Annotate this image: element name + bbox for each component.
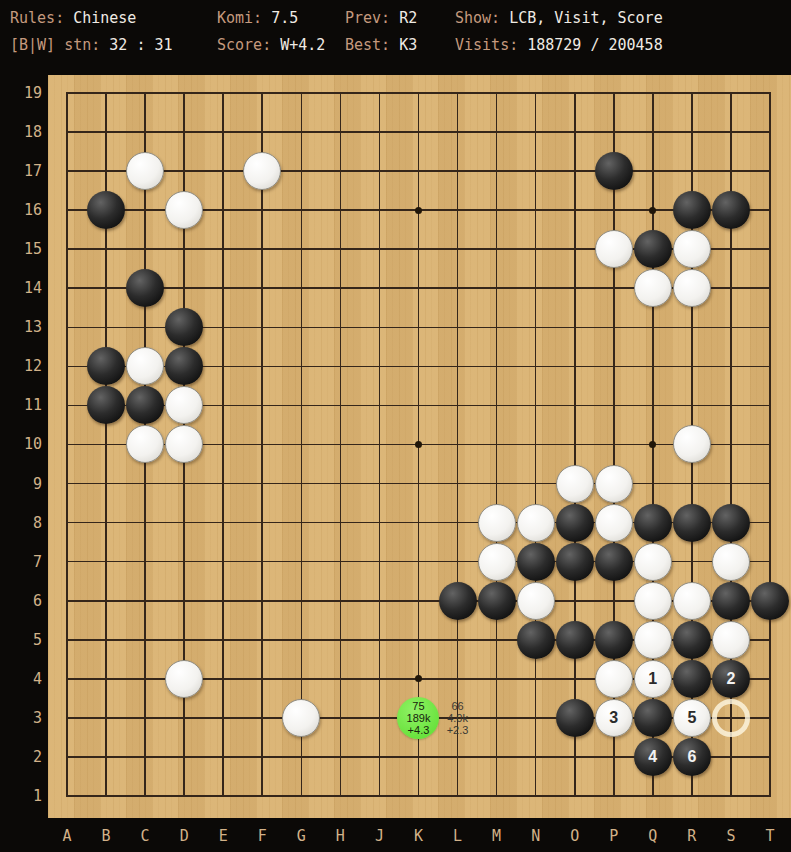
coord-label-col-O: O [564,826,586,846]
stone-white-D10 [165,425,203,463]
stone-black-S6 [712,582,750,620]
coord-label-col-R: R [681,826,703,846]
stone-white-Q6 [634,582,672,620]
coord-label-col-C: C [134,826,156,846]
stone-black-Q15 [634,230,672,268]
candidate-stats: 664.0k+2.3 [447,700,469,736]
coord-label-row-1: 1 [0,786,42,806]
coord-label-col-K: K [407,826,429,846]
stone-white-P15 [595,230,633,268]
stone-black-B12 [87,347,125,385]
coord-label-col-M: M [486,826,508,846]
candidate-move-L3[interactable]: 664.0k+2.3 [430,699,486,737]
coord-label-row-12: 12 [0,356,42,376]
move-number-label: 6 [687,748,696,766]
stone-black-D12 [165,347,203,385]
stone-black-O3 [556,699,594,737]
stone-black-O5 [556,621,594,659]
stone-black-S16 [712,191,750,229]
stone-black-Q8 [634,504,672,542]
stone-white-Q4: 1 [634,660,672,698]
stone-black-R16 [673,191,711,229]
stone-white-S7 [712,543,750,581]
stone-white-D11 [165,386,203,424]
stone-white-D4 [165,660,203,698]
stone-white-N6 [517,582,555,620]
coord-label-row-3: 3 [0,708,42,728]
move-number-label: 1 [648,670,657,688]
grid-vline [457,92,459,797]
coord-label-col-A: A [56,826,78,846]
move-number-label: 2 [726,670,735,688]
grid-hline [66,795,771,797]
coord-label-row-10: 10 [0,434,42,454]
stone-white-G3 [282,699,320,737]
star-point-Q10 [649,441,656,448]
coord-label-col-E: E [212,826,234,846]
coord-label-col-B: B [95,826,117,846]
stone-white-O9 [556,465,594,503]
stone-white-P9 [595,465,633,503]
star-point-Q16 [649,207,656,214]
coord-label-row-14: 14 [0,278,42,298]
grid-vline [535,92,537,797]
stone-black-B11 [87,386,125,424]
coord-label-row-2: 2 [0,747,42,767]
stone-black-N7 [517,543,555,581]
coord-label-row-15: 15 [0,239,42,259]
stone-white-P3: 3 [595,699,633,737]
coord-label-row-8: 8 [0,513,42,533]
coord-label-row-13: 13 [0,317,42,337]
stone-white-Q7 [634,543,672,581]
coord-label-row-18: 18 [0,122,42,142]
stone-white-M7 [478,543,516,581]
coord-label-row-16: 16 [0,200,42,220]
stone-white-R14 [673,269,711,307]
coord-label-col-D: D [173,826,195,846]
stone-white-S5 [712,621,750,659]
stone-white-N8 [517,504,555,542]
coord-label-col-H: H [329,826,351,846]
star-point-K4 [415,675,422,682]
stone-white-R6 [673,582,711,620]
stone-black-Q3 [634,699,672,737]
stone-white-R10 [673,425,711,463]
stone-black-C11 [126,386,164,424]
coord-label-col-T: T [759,826,781,846]
stone-black-R5 [673,621,711,659]
coord-label-col-L: L [447,826,469,846]
grid-vline [769,92,771,797]
stone-white-C10 [126,425,164,463]
stone-black-P5 [595,621,633,659]
stone-white-Q14 [634,269,672,307]
coord-label-col-N: N [525,826,547,846]
stone-black-T6 [751,582,789,620]
grid-vline [496,92,498,797]
coord-label-col-G: G [290,826,312,846]
grid-hline [66,483,771,485]
stone-black-O8 [556,504,594,542]
coord-label-col-J: J [368,826,390,846]
stone-black-C14 [126,269,164,307]
coord-label-row-17: 17 [0,161,42,181]
stone-white-Q5 [634,621,672,659]
coord-label-row-9: 9 [0,474,42,494]
coord-label-row-4: 4 [0,669,42,689]
stone-black-S8 [712,504,750,542]
stone-black-B16 [87,191,125,229]
move-number-label: 4 [648,748,657,766]
stone-black-N5 [517,621,555,659]
coord-label-col-S: S [720,826,742,846]
stone-black-D13 [165,308,203,346]
stone-black-R8 [673,504,711,542]
stone-black-M6 [478,582,516,620]
move-number-label: 5 [687,709,696,727]
board-overlay: 75189k+4.3664.0k+2.312354619181716151413… [0,0,791,852]
star-point-K10 [415,441,422,448]
coord-label-col-Q: Q [642,826,664,846]
coord-label-row-7: 7 [0,552,42,572]
stone-black-Q2: 4 [634,738,672,776]
grid-vline [574,92,576,797]
candidate-stats: 75189k+4.3 [407,700,431,736]
stone-white-C12 [126,347,164,385]
coord-label-row-11: 11 [0,395,42,415]
coord-label-col-P: P [603,826,625,846]
stone-black-R4 [673,660,711,698]
stone-white-P8 [595,504,633,542]
move-number-label: 3 [609,709,618,727]
coord-label-col-F: F [251,826,273,846]
coord-label-row-5: 5 [0,630,42,650]
coord-label-row-6: 6 [0,591,42,611]
stone-white-F17 [243,152,281,190]
stone-white-R3: 5 [673,699,711,737]
stone-black-S4: 2 [712,660,750,698]
stone-white-R15 [673,230,711,268]
stone-white-C17 [126,152,164,190]
stone-black-P7 [595,543,633,581]
stone-white-P4 [595,660,633,698]
ring-marker-S3 [712,699,750,737]
coord-label-row-19: 19 [0,83,42,103]
stone-black-R2: 6 [673,738,711,776]
stone-white-D16 [165,191,203,229]
app-root: Rules:Chinese [B|W] stn:32 : 31 Komi:7.5… [0,0,791,852]
stone-black-L6 [439,582,477,620]
stone-white-M8 [478,504,516,542]
stone-black-O7 [556,543,594,581]
star-point-K16 [415,207,422,214]
stone-black-P17 [595,152,633,190]
